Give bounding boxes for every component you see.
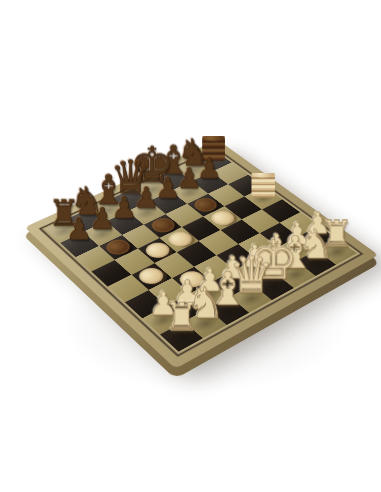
light-checker-disc xyxy=(207,208,239,228)
light-rook-glyph: ♜ xyxy=(164,299,199,337)
product-photo: ♞♝♚♟♛♟♝♟♞♟♜♟♟♟♟♟♟♜♟♞♟♝♟♚♟♛♟♝♞♜ xyxy=(0,0,381,492)
dark-pawn-glyph: ♟ xyxy=(66,216,93,245)
chess-board-scene: ♞♝♚♟♛♟♝♟♞♟♜♟♟♟♟♟♟♜♟♞♟♝♟♚♟♛♟♝♞♜ xyxy=(0,0,381,492)
light-checker-stack xyxy=(252,173,276,198)
dark-checker-disc xyxy=(102,237,134,258)
